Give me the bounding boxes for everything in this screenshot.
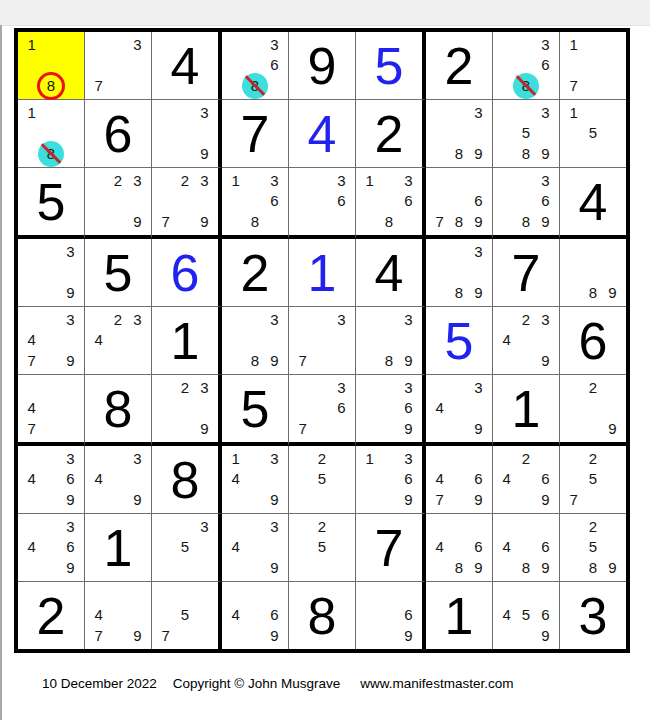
cell-r6c1[interactable]: 47 xyxy=(18,375,85,446)
candidate-digit: 6 xyxy=(474,193,482,208)
cell-r9c3[interactable]: 57 xyxy=(152,582,222,649)
footer: 10 December 2022Copyright © John Musgrav… xyxy=(42,676,513,691)
candidate-digit: 6 xyxy=(541,607,549,622)
candidate-digit: 4 xyxy=(435,400,443,415)
candidate-digit: 7 xyxy=(298,421,306,436)
candidate-digit: 5 xyxy=(589,125,597,140)
candidate-digit: 8 xyxy=(385,353,393,368)
candidate-digit: 7 xyxy=(27,353,35,368)
pencil-marks: 2349 xyxy=(497,309,555,371)
candidate-digit: 8 xyxy=(522,78,530,93)
candidate-digit: 8 xyxy=(385,214,393,229)
candidate-digit: 6 xyxy=(404,471,412,486)
candidate-digit: 9 xyxy=(474,146,482,161)
cell-r5c2[interactable]: 234 xyxy=(85,307,152,375)
cell-r2c5[interactable]: 4 xyxy=(289,100,356,168)
candidate-digit: 9 xyxy=(541,560,549,575)
pencil-marks: 4689 xyxy=(430,516,488,578)
candidate-digit: 6 xyxy=(541,471,549,486)
candidate-digit: 5 xyxy=(181,539,189,554)
cell-r6c7[interactable]: 349 xyxy=(426,375,493,446)
value-digit: 4 xyxy=(289,100,355,167)
cell-r4c9[interactable]: 89 xyxy=(560,239,626,307)
pencil-marks: 1369 xyxy=(360,448,418,510)
pencil-marks: 3469 xyxy=(22,516,80,578)
pencil-marks: 18 xyxy=(22,102,80,164)
cell-r4c7[interactable]: 389 xyxy=(426,239,493,307)
candidate-digit: 5 xyxy=(589,539,597,554)
candidate-digit: 9 xyxy=(404,492,412,507)
candidate-digit: 8 xyxy=(251,78,259,93)
cell-r6c6[interactable]: 369 xyxy=(356,375,426,446)
cell-r3c4[interactable]: 1368 xyxy=(222,168,289,239)
pencil-marks: 36 xyxy=(293,170,351,232)
cell-r9c7[interactable]: 1 xyxy=(426,582,493,649)
candidate-digit: 9 xyxy=(66,492,74,507)
cell-r1c9[interactable]: 17 xyxy=(560,32,626,100)
candidate-digit: 3 xyxy=(337,312,345,327)
cell-r7c7[interactable]: 4679 xyxy=(426,446,493,514)
candidate-digit: 3 xyxy=(200,105,208,120)
value-digit: 9 xyxy=(289,32,355,99)
candidate-digit: 8 xyxy=(522,560,530,575)
cell-r2c9[interactable]: 15 xyxy=(560,100,626,168)
candidate-digit: 5 xyxy=(181,607,189,622)
candidate-digit: 3 xyxy=(541,312,549,327)
value-digit: 5 xyxy=(426,307,492,374)
cell-r6c5[interactable]: 367 xyxy=(289,375,356,446)
cell-r6c4[interactable]: 5 xyxy=(222,375,289,446)
pencil-marks: 3689 xyxy=(497,170,555,232)
value-digit: 7 xyxy=(493,239,559,306)
pencil-marks: 57 xyxy=(156,584,214,646)
candidate-digit: 8 xyxy=(455,146,463,161)
candidate-digit: 3 xyxy=(270,451,278,466)
pencil-marks: 3479 xyxy=(22,309,80,371)
pencil-marks: 2469 xyxy=(497,448,555,510)
cell-r5c1[interactable]: 3479 xyxy=(18,307,85,375)
window-chrome-strip xyxy=(0,0,650,26)
cell-r8c4[interactable]: 349 xyxy=(222,514,289,582)
pencil-marks: 389 xyxy=(430,102,488,164)
candidate-digit: 3 xyxy=(541,173,549,188)
window-left-edge xyxy=(0,25,2,720)
candidate-digit: 9 xyxy=(66,353,74,368)
pencil-marks: 257 xyxy=(564,448,622,510)
pencil-marks: 18 xyxy=(22,34,80,96)
candidate-digit: 1 xyxy=(569,37,577,52)
cell-r7c9[interactable]: 257 xyxy=(560,446,626,514)
candidate-digit: 4 xyxy=(94,332,102,347)
candidate-digit: 8 xyxy=(455,214,463,229)
cell-r6c9[interactable]: 29 xyxy=(560,375,626,446)
cell-r9c6[interactable]: 69 xyxy=(356,582,426,649)
candidate-digit: 4 xyxy=(231,607,239,622)
cell-r3c8[interactable]: 3689 xyxy=(493,168,560,239)
cell-r4c1[interactable]: 39 xyxy=(18,239,85,307)
footer-date: 10 December 2022 xyxy=(42,676,157,691)
cell-r4c3[interactable]: 6 xyxy=(152,239,222,307)
eliminated-candidate-mark: 8 xyxy=(41,143,60,164)
candidate-digit: 3 xyxy=(404,451,412,466)
candidate-digit: 7 xyxy=(94,628,102,643)
cell-r5c4[interactable]: 389 xyxy=(222,307,289,375)
candidate-digit: 5 xyxy=(522,125,530,140)
cell-r8c8[interactable]: 4689 xyxy=(493,514,560,582)
candidate-digit: 7 xyxy=(569,78,577,93)
candidate-digit: 9 xyxy=(66,285,74,300)
cell-r5c6[interactable]: 389 xyxy=(356,307,426,375)
candidate-digit: 8 xyxy=(455,285,463,300)
candidate-digit: 7 xyxy=(435,214,443,229)
candidate-digit: 4 xyxy=(94,471,102,486)
candidate-digit: 9 xyxy=(270,492,278,507)
candidate-digit: 2 xyxy=(114,173,122,188)
candidate-digit: 2 xyxy=(589,519,597,534)
pencil-marks: 4569 xyxy=(497,584,555,646)
cell-r5c3[interactable]: 1 xyxy=(152,307,222,375)
candidate-digit: 3 xyxy=(337,380,345,395)
candidate-digit: 3 xyxy=(200,519,208,534)
candidate-digit: 4 xyxy=(27,332,35,347)
candidate-digit: 2 xyxy=(181,173,189,188)
cell-r2c2[interactable]: 6 xyxy=(85,100,152,168)
pencil-marks: 39 xyxy=(22,241,80,303)
candidate-digit: 3 xyxy=(66,451,74,466)
cell-r4c2[interactable]: 5 xyxy=(85,239,152,307)
candidate-digit: 3 xyxy=(270,519,278,534)
cell-r7c3[interactable]: 8 xyxy=(152,446,222,514)
candidate-digit: 2 xyxy=(522,451,530,466)
candidate-digit: 2 xyxy=(114,312,122,327)
candidate-digit: 6 xyxy=(270,607,278,622)
pencil-marks: 349 xyxy=(430,377,488,439)
value-digit: 2 xyxy=(18,582,84,649)
candidate-digit: 1 xyxy=(27,105,35,120)
candidate-digit: 3 xyxy=(270,173,278,188)
candidate-digit: 6 xyxy=(474,471,482,486)
candidate-digit: 9 xyxy=(608,285,616,300)
cell-r3c9[interactable]: 4 xyxy=(560,168,626,239)
cell-r5c8[interactable]: 2349 xyxy=(493,307,560,375)
cell-r9c1[interactable]: 2 xyxy=(18,582,85,649)
candidate-digit: 9 xyxy=(541,492,549,507)
candidate-digit: 6 xyxy=(541,193,549,208)
value-digit: 1 xyxy=(426,582,492,649)
pencil-marks: 35 xyxy=(156,516,214,578)
cell-r9c9[interactable]: 3 xyxy=(560,582,626,649)
cell-r8c7[interactable]: 4689 xyxy=(426,514,493,582)
pencil-marks: 2379 xyxy=(156,170,214,232)
candidate-digit: 3 xyxy=(66,244,74,259)
candidate-digit: 9 xyxy=(270,628,278,643)
cell-r8c9[interactable]: 2589 xyxy=(560,514,626,582)
candidate-digit: 6 xyxy=(337,193,345,208)
value-digit: 1 xyxy=(152,307,218,374)
candidate-digit: 3 xyxy=(133,173,141,188)
footer-copyright: Copyright © John Musgrave xyxy=(173,676,341,691)
cell-r2c1[interactable]: 18 xyxy=(18,100,85,168)
value-digit: 3 xyxy=(560,582,626,649)
candidate-digit: 9 xyxy=(474,492,482,507)
candidate-digit: 7 xyxy=(94,78,102,93)
candidate-digit: 3 xyxy=(200,380,208,395)
pencil-marks: 37 xyxy=(89,34,147,96)
cell-r6c3[interactable]: 239 xyxy=(152,375,222,446)
cell-r3c6[interactable]: 1368 xyxy=(356,168,426,239)
candidate-digit: 4 xyxy=(27,539,35,554)
candidate-digit: 6 xyxy=(404,607,412,622)
candidate-digit: 8 xyxy=(47,78,55,93)
pencil-marks: 15 xyxy=(564,102,622,164)
value-digit: 5 xyxy=(85,239,151,306)
value-digit: 2 xyxy=(426,32,492,99)
cell-r1c8[interactable]: 368 xyxy=(493,32,560,100)
candidate-digit: 4 xyxy=(502,471,510,486)
cell-r1c4[interactable]: 368 xyxy=(222,32,289,100)
candidate-digit: 9 xyxy=(541,214,549,229)
candidate-digit: 4 xyxy=(435,539,443,554)
cell-r1c7[interactable]: 2 xyxy=(426,32,493,100)
candidate-digit: 3 xyxy=(66,519,74,534)
cell-r7c2[interactable]: 349 xyxy=(85,446,152,514)
cell-r2c7[interactable]: 389 xyxy=(426,100,493,168)
value-digit: 4 xyxy=(152,32,218,99)
candidate-digit: 6 xyxy=(66,539,74,554)
value-digit: 6 xyxy=(85,100,151,167)
pencil-marks: 89 xyxy=(564,241,622,303)
candidate-digit: 2 xyxy=(522,312,530,327)
pencil-marks: 4679 xyxy=(430,448,488,510)
cell-r7c4[interactable]: 1349 xyxy=(222,446,289,514)
candidate-digit: 1 xyxy=(231,173,239,188)
candidate-digit: 8 xyxy=(589,285,597,300)
pencil-marks: 1349 xyxy=(226,448,284,510)
cell-r7c1[interactable]: 3469 xyxy=(18,446,85,514)
candidate-digit: 3 xyxy=(133,312,141,327)
candidate-digit: 4 xyxy=(502,539,510,554)
value-digit: 6 xyxy=(152,239,218,306)
candidate-digit: 9 xyxy=(200,146,208,161)
cell-r4c4[interactable]: 2 xyxy=(222,239,289,307)
candidate-digit: 3 xyxy=(200,173,208,188)
value-digit: 5 xyxy=(356,32,422,99)
pencil-marks: 368 xyxy=(497,34,555,96)
candidate-digit: 4 xyxy=(435,471,443,486)
candidate-digit: 5 xyxy=(589,471,597,486)
pencil-marks: 349 xyxy=(89,448,147,510)
cell-r4c8[interactable]: 7 xyxy=(493,239,560,307)
value-digit: 1 xyxy=(85,514,151,581)
cell-r8c5[interactable]: 25 xyxy=(289,514,356,582)
cell-r9c4[interactable]: 469 xyxy=(222,582,289,649)
cell-r6c8[interactable]: 1 xyxy=(493,375,560,446)
candidate-digit: 4 xyxy=(94,607,102,622)
candidate-digit: 7 xyxy=(161,628,169,643)
pencil-marks: 389 xyxy=(226,309,284,371)
cell-r2c3[interactable]: 39 xyxy=(152,100,222,168)
cell-r5c7[interactable]: 5 xyxy=(426,307,493,375)
candidate-digit: 9 xyxy=(608,560,616,575)
cell-r1c5[interactable]: 9 xyxy=(289,32,356,100)
candidate-digit: 2 xyxy=(589,451,597,466)
candidate-digit: 9 xyxy=(133,492,141,507)
pencil-marks: 368 xyxy=(226,34,284,96)
candidate-digit: 4 xyxy=(231,471,239,486)
value-digit: 8 xyxy=(152,446,218,513)
cell-r5c9[interactable]: 6 xyxy=(560,307,626,375)
candidate-digit: 6 xyxy=(270,57,278,72)
candidate-digit: 9 xyxy=(404,421,412,436)
cell-r3c1[interactable]: 5 xyxy=(18,168,85,239)
candidate-digit: 3 xyxy=(404,380,412,395)
value-digit: 1 xyxy=(289,239,355,306)
cell-r3c2[interactable]: 239 xyxy=(85,168,152,239)
value-digit: 7 xyxy=(222,100,288,167)
pencil-marks: 37 xyxy=(293,309,351,371)
value-digit: 2 xyxy=(222,239,288,306)
cell-r8c1[interactable]: 3469 xyxy=(18,514,85,582)
cell-r1c2[interactable]: 37 xyxy=(85,32,152,100)
candidate-digit: 3 xyxy=(474,380,482,395)
cell-r5c5[interactable]: 37 xyxy=(289,307,356,375)
candidate-digit: 9 xyxy=(474,421,482,436)
candidate-digit: 4 xyxy=(502,607,510,622)
sudoku-grid: 1837436895236817186397423893589155239237… xyxy=(14,28,630,653)
candidate-digit: 9 xyxy=(474,214,482,229)
candidate-digit: 3 xyxy=(337,173,345,188)
candidate-digit: 1 xyxy=(365,451,373,466)
cell-r9c8[interactable]: 4569 xyxy=(493,582,560,649)
candidate-digit: 6 xyxy=(270,193,278,208)
cell-r9c5[interactable]: 8 xyxy=(289,582,356,649)
pencil-marks: 2589 xyxy=(564,516,622,578)
candidate-digit: 8 xyxy=(251,214,259,229)
value-digit: 8 xyxy=(289,582,355,649)
footer-website: www.manifestmaster.com xyxy=(360,676,513,691)
value-digit: 2 xyxy=(356,100,422,167)
value-digit: 1 xyxy=(493,375,559,442)
candidate-digit: 9 xyxy=(270,353,278,368)
value-digit: 6 xyxy=(560,307,626,374)
candidate-digit: 3 xyxy=(133,451,141,466)
candidate-digit: 4 xyxy=(27,471,35,486)
cell-r8c2[interactable]: 1 xyxy=(85,514,152,582)
eliminated-candidate-mark: 8 xyxy=(245,75,264,96)
candidate-digit: 3 xyxy=(541,37,549,52)
candidate-digit: 7 xyxy=(569,492,577,507)
pencil-marks: 234 xyxy=(89,309,147,371)
candidate-digit: 9 xyxy=(200,421,208,436)
pencil-marks: 6789 xyxy=(430,170,488,232)
pencil-marks: 29 xyxy=(564,377,622,439)
cell-r6c2[interactable]: 8 xyxy=(85,375,152,446)
candidate-digit: 9 xyxy=(404,353,412,368)
pencil-marks: 389 xyxy=(360,309,418,371)
red-circle-mark: 8 xyxy=(41,75,60,96)
candidate-digit: 7 xyxy=(27,421,35,436)
candidate-digit: 3 xyxy=(270,312,278,327)
candidate-digit: 3 xyxy=(66,312,74,327)
candidate-digit: 8 xyxy=(251,353,259,368)
value-digit: 4 xyxy=(356,239,422,306)
candidate-digit: 6 xyxy=(541,57,549,72)
cell-r2c6[interactable]: 2 xyxy=(356,100,426,168)
candidate-digit: 9 xyxy=(541,353,549,368)
candidate-digit: 1 xyxy=(365,173,373,188)
candidate-digit: 9 xyxy=(404,628,412,643)
candidate-digit: 3 xyxy=(474,105,482,120)
candidate-digit: 3 xyxy=(270,37,278,52)
pencil-marks: 349 xyxy=(226,516,284,578)
candidate-digit: 6 xyxy=(404,400,412,415)
pencil-marks: 469 xyxy=(226,584,284,646)
candidate-digit: 5 xyxy=(522,607,530,622)
cell-r1c1[interactable]: 18 xyxy=(18,32,85,100)
cell-r3c3[interactable]: 2379 xyxy=(152,168,222,239)
cell-r2c8[interactable]: 3589 xyxy=(493,100,560,168)
candidate-digit: 2 xyxy=(318,519,326,534)
value-digit: 7 xyxy=(356,514,422,581)
candidate-digit: 7 xyxy=(298,353,306,368)
candidate-digit: 9 xyxy=(608,421,616,436)
candidate-digit: 4 xyxy=(231,539,239,554)
cell-r9c2[interactable]: 479 xyxy=(85,582,152,649)
candidate-digit: 4 xyxy=(502,332,510,347)
cell-r2c4[interactable]: 7 xyxy=(222,100,289,168)
pencil-marks: 367 xyxy=(293,377,351,439)
candidate-digit: 2 xyxy=(318,451,326,466)
cell-r8c3[interactable]: 35 xyxy=(152,514,222,582)
pencil-marks: 239 xyxy=(89,170,147,232)
pencil-marks: 25 xyxy=(293,516,351,578)
cell-r4c6[interactable]: 4 xyxy=(356,239,426,307)
cell-r1c3[interactable]: 4 xyxy=(152,32,222,100)
cell-r7c5[interactable]: 25 xyxy=(289,446,356,514)
value-digit: 5 xyxy=(222,375,288,442)
candidate-digit: 9 xyxy=(200,214,208,229)
pencil-marks: 3589 xyxy=(497,102,555,164)
cell-r8c6[interactable]: 7 xyxy=(356,514,426,582)
eliminated-candidate-mark: 8 xyxy=(516,75,535,96)
candidate-digit: 1 xyxy=(569,105,577,120)
candidate-digit: 3 xyxy=(541,105,549,120)
candidate-digit: 9 xyxy=(270,560,278,575)
cell-r1c6[interactable]: 5 xyxy=(356,32,426,100)
cell-r4c5[interactable]: 1 xyxy=(289,239,356,307)
pencil-marks: 479 xyxy=(89,584,147,646)
candidate-digit: 9 xyxy=(66,560,74,575)
candidate-digit: 3 xyxy=(404,312,412,327)
candidate-digit: 3 xyxy=(404,173,412,188)
candidate-digit: 6 xyxy=(474,539,482,554)
pencil-marks: 1368 xyxy=(360,170,418,232)
value-digit: 4 xyxy=(560,168,626,235)
candidate-digit: 9 xyxy=(474,560,482,575)
pencil-marks: 4689 xyxy=(497,516,555,578)
pencil-marks: 25 xyxy=(293,448,351,510)
cell-r7c8[interactable]: 2469 xyxy=(493,446,560,514)
candidate-digit: 4 xyxy=(27,400,35,415)
candidate-digit: 5 xyxy=(318,539,326,554)
cell-r3c7[interactable]: 6789 xyxy=(426,168,493,239)
candidate-digit: 8 xyxy=(589,560,597,575)
candidate-digit: 9 xyxy=(541,146,549,161)
cell-r3c5[interactable]: 36 xyxy=(289,168,356,239)
cell-r7c6[interactable]: 1369 xyxy=(356,446,426,514)
candidate-digit: 1 xyxy=(27,37,35,52)
candidate-digit: 3 xyxy=(474,244,482,259)
